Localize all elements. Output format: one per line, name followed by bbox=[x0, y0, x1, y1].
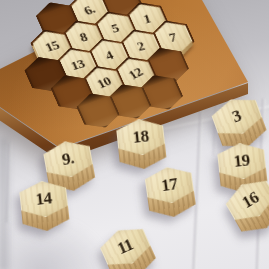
tile-number-label: 3 bbox=[230, 106, 244, 128]
tile-number-label: 16 bbox=[239, 188, 263, 213]
tile-number-label: 11 bbox=[114, 235, 136, 259]
tile-number-label: 5 bbox=[109, 21, 121, 36]
tile-number-label: 18 bbox=[132, 126, 150, 148]
photo-canvas: 6.15851134271012 1839.1917161411 bbox=[0, 0, 269, 269]
tile-number-label: 10 bbox=[94, 75, 113, 92]
tile-number-label: 1 bbox=[142, 12, 153, 27]
loose-tile-17[interactable]: 17 bbox=[143, 164, 200, 222]
tile-number-label: 19 bbox=[233, 150, 251, 172]
tile-number-label: 2 bbox=[136, 40, 147, 55]
loose-tile-18[interactable]: 18 bbox=[114, 117, 169, 174]
tile-number-label: 12 bbox=[125, 65, 145, 82]
tile-number-label: 4 bbox=[103, 49, 115, 64]
tile-number-label: 17 bbox=[160, 174, 179, 196]
tile-number-label: 7 bbox=[168, 31, 178, 46]
tile-number-label: 8 bbox=[78, 30, 90, 45]
tile-number-label: 9. bbox=[61, 148, 76, 170]
loose-tile-14[interactable]: 14 bbox=[17, 179, 72, 236]
tile-number-label: 14 bbox=[35, 188, 53, 210]
